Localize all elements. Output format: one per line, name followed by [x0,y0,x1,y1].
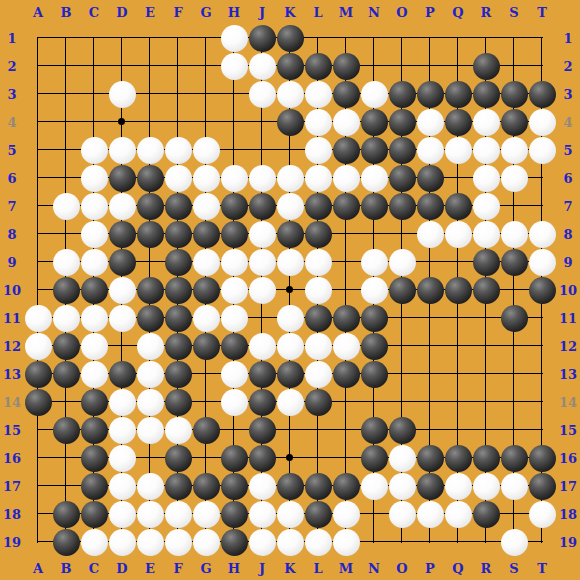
white-stone-R7[interactable] [473,193,500,220]
intersection-N19[interactable] [360,528,388,556]
white-stone-K18[interactable] [277,501,304,528]
intersection-F8[interactable] [164,220,192,248]
intersection-T12[interactable] [528,332,556,360]
intersection-E18[interactable] [136,500,164,528]
intersection-C12[interactable] [80,332,108,360]
intersection-C7[interactable] [80,192,108,220]
intersection-D14[interactable] [108,388,136,416]
intersection-T17[interactable] [528,472,556,500]
intersection-L9[interactable] [304,248,332,276]
intersection-F11[interactable] [164,304,192,332]
black-stone-N12[interactable] [361,333,388,360]
white-stone-D10[interactable] [109,277,136,304]
intersection-T15[interactable] [528,416,556,444]
intersection-G10[interactable] [192,276,220,304]
intersection-Q16[interactable] [444,444,472,472]
intersection-A18[interactable] [24,500,52,528]
black-stone-H17[interactable] [221,473,248,500]
intersection-N8[interactable] [360,220,388,248]
black-stone-S9[interactable] [501,249,528,276]
intersection-G4[interactable] [192,108,220,136]
white-stone-M12[interactable] [333,333,360,360]
intersection-A3[interactable] [24,80,52,108]
intersection-D15[interactable] [108,416,136,444]
white-stone-H9[interactable] [221,249,248,276]
intersection-G12[interactable] [192,332,220,360]
intersection-L19[interactable] [304,528,332,556]
white-stone-F19[interactable] [165,529,192,556]
intersection-L12[interactable] [304,332,332,360]
intersection-O6[interactable] [388,164,416,192]
white-stone-G7[interactable] [193,193,220,220]
black-stone-R3[interactable] [473,81,500,108]
intersection-M3[interactable] [332,80,360,108]
intersection-H1[interactable] [220,24,248,52]
intersection-Q10[interactable] [444,276,472,304]
white-stone-L12[interactable] [305,333,332,360]
intersection-H17[interactable] [220,472,248,500]
intersection-L13[interactable] [304,360,332,388]
white-stone-E17[interactable] [137,473,164,500]
white-stone-E15[interactable] [137,417,164,444]
black-stone-M3[interactable] [333,81,360,108]
intersection-R12[interactable] [472,332,500,360]
white-stone-T8[interactable] [529,221,556,248]
intersection-R14[interactable] [472,388,500,416]
intersection-K14[interactable] [276,388,304,416]
white-stone-R5[interactable] [473,137,500,164]
black-stone-S3[interactable] [501,81,528,108]
intersection-C16[interactable] [80,444,108,472]
intersection-A2[interactable] [24,52,52,80]
intersection-N11[interactable] [360,304,388,332]
white-stone-D3[interactable] [109,81,136,108]
intersection-G19[interactable] [192,528,220,556]
intersection-E3[interactable] [136,80,164,108]
black-stone-B13[interactable] [53,361,80,388]
black-stone-T16[interactable] [529,445,556,472]
white-stone-T5[interactable] [529,137,556,164]
intersection-R15[interactable] [472,416,500,444]
intersection-H5[interactable] [220,136,248,164]
black-stone-K1[interactable] [277,25,304,52]
intersection-Q2[interactable] [444,52,472,80]
intersection-F10[interactable] [164,276,192,304]
white-stone-N9[interactable] [361,249,388,276]
intersection-K5[interactable] [276,136,304,164]
intersection-J7[interactable] [248,192,276,220]
intersection-T14[interactable] [528,388,556,416]
intersection-A1[interactable] [24,24,52,52]
white-stone-C9[interactable] [81,249,108,276]
black-stone-H8[interactable] [221,221,248,248]
intersection-R11[interactable] [472,304,500,332]
black-stone-D8[interactable] [109,221,136,248]
intersection-K3[interactable] [276,80,304,108]
intersection-L3[interactable] [304,80,332,108]
black-stone-O6[interactable] [389,165,416,192]
white-stone-J12[interactable] [249,333,276,360]
intersection-S1[interactable] [500,24,528,52]
intersection-K8[interactable] [276,220,304,248]
intersection-D7[interactable] [108,192,136,220]
white-stone-Q5[interactable] [445,137,472,164]
white-stone-T18[interactable] [529,501,556,528]
black-stone-R18[interactable] [473,501,500,528]
black-stone-F8[interactable] [165,221,192,248]
black-stone-R10[interactable] [473,277,500,304]
intersection-J2[interactable] [248,52,276,80]
intersection-F7[interactable] [164,192,192,220]
intersection-L7[interactable] [304,192,332,220]
white-stone-E5[interactable] [137,137,164,164]
intersection-C4[interactable] [80,108,108,136]
intersection-R3[interactable] [472,80,500,108]
intersection-M11[interactable] [332,304,360,332]
intersection-L14[interactable] [304,388,332,416]
black-stone-Q3[interactable] [445,81,472,108]
intersection-P17[interactable] [416,472,444,500]
white-stone-G18[interactable] [193,501,220,528]
intersection-P13[interactable] [416,360,444,388]
intersection-K9[interactable] [276,248,304,276]
intersection-O7[interactable] [388,192,416,220]
intersection-B18[interactable] [52,500,80,528]
intersection-D9[interactable] [108,248,136,276]
intersection-D19[interactable] [108,528,136,556]
intersection-S9[interactable] [500,248,528,276]
intersection-B13[interactable] [52,360,80,388]
black-stone-T3[interactable] [529,81,556,108]
intersection-F18[interactable] [164,500,192,528]
black-stone-K8[interactable] [277,221,304,248]
intersection-C14[interactable] [80,388,108,416]
intersection-T1[interactable] [528,24,556,52]
white-stone-Q8[interactable] [445,221,472,248]
intersection-B2[interactable] [52,52,80,80]
intersection-N12[interactable] [360,332,388,360]
intersection-B15[interactable] [52,416,80,444]
white-stone-F5[interactable] [165,137,192,164]
intersection-E5[interactable] [136,136,164,164]
white-stone-E13[interactable] [137,361,164,388]
intersection-D4[interactable] [108,108,136,136]
intersection-N1[interactable] [360,24,388,52]
intersection-B19[interactable] [52,528,80,556]
intersection-M5[interactable] [332,136,360,164]
black-stone-L18[interactable] [305,501,332,528]
black-stone-P10[interactable] [417,277,444,304]
intersection-B9[interactable] [52,248,80,276]
white-stone-C12[interactable] [81,333,108,360]
intersection-E8[interactable] [136,220,164,248]
intersection-Q7[interactable] [444,192,472,220]
black-stone-E10[interactable] [137,277,164,304]
intersection-F9[interactable] [164,248,192,276]
intersection-L11[interactable] [304,304,332,332]
white-stone-N3[interactable] [361,81,388,108]
white-stone-O17[interactable] [389,473,416,500]
intersection-H6[interactable] [220,164,248,192]
intersection-D10[interactable] [108,276,136,304]
black-stone-N7[interactable] [361,193,388,220]
black-stone-M13[interactable] [333,361,360,388]
white-stone-D11[interactable] [109,305,136,332]
black-stone-F9[interactable] [165,249,192,276]
intersection-H7[interactable] [220,192,248,220]
intersection-D6[interactable] [108,164,136,192]
white-stone-K11[interactable] [277,305,304,332]
intersection-K12[interactable] [276,332,304,360]
intersection-N16[interactable] [360,444,388,472]
black-stone-F10[interactable] [165,277,192,304]
intersection-E10[interactable] [136,276,164,304]
white-stone-P5[interactable] [417,137,444,164]
intersection-L4[interactable] [304,108,332,136]
intersection-E6[interactable] [136,164,164,192]
intersection-K1[interactable] [276,24,304,52]
intersection-A10[interactable] [24,276,52,304]
black-stone-S4[interactable] [501,109,528,136]
intersection-P11[interactable] [416,304,444,332]
black-stone-R2[interactable] [473,53,500,80]
intersection-C18[interactable] [80,500,108,528]
intersection-C3[interactable] [80,80,108,108]
intersection-L1[interactable] [304,24,332,52]
black-stone-M11[interactable] [333,305,360,332]
intersection-B8[interactable] [52,220,80,248]
intersection-B12[interactable] [52,332,80,360]
intersection-E11[interactable] [136,304,164,332]
black-stone-K2[interactable] [277,53,304,80]
intersection-A19[interactable] [24,528,52,556]
black-stone-G15[interactable] [193,417,220,444]
white-stone-R6[interactable] [473,165,500,192]
white-stone-J9[interactable] [249,249,276,276]
intersection-P19[interactable] [416,528,444,556]
black-stone-D13[interactable] [109,361,136,388]
black-stone-L7[interactable] [305,193,332,220]
intersection-F1[interactable] [164,24,192,52]
intersection-L10[interactable] [304,276,332,304]
white-stone-N10[interactable] [361,277,388,304]
black-stone-F12[interactable] [165,333,192,360]
intersection-N3[interactable] [360,80,388,108]
intersection-O10[interactable] [388,276,416,304]
intersection-J6[interactable] [248,164,276,192]
white-stone-T4[interactable] [529,109,556,136]
intersection-J3[interactable] [248,80,276,108]
intersection-K19[interactable] [276,528,304,556]
intersection-S11[interactable] [500,304,528,332]
intersection-G14[interactable] [192,388,220,416]
intersection-K16[interactable] [276,444,304,472]
intersection-B7[interactable] [52,192,80,220]
intersection-C10[interactable] [80,276,108,304]
intersection-B10[interactable] [52,276,80,304]
black-stone-K17[interactable] [277,473,304,500]
black-stone-H19[interactable] [221,529,248,556]
black-stone-C17[interactable] [81,473,108,500]
intersection-G2[interactable] [192,52,220,80]
white-stone-P4[interactable] [417,109,444,136]
intersection-J17[interactable] [248,472,276,500]
intersection-M1[interactable] [332,24,360,52]
white-stone-N6[interactable] [361,165,388,192]
intersection-H18[interactable] [220,500,248,528]
white-stone-S17[interactable] [501,473,528,500]
intersection-E13[interactable] [136,360,164,388]
intersection-R18[interactable] [472,500,500,528]
intersection-E17[interactable] [136,472,164,500]
intersection-R5[interactable] [472,136,500,164]
intersection-G13[interactable] [192,360,220,388]
intersection-L8[interactable] [304,220,332,248]
intersection-Q19[interactable] [444,528,472,556]
intersection-G16[interactable] [192,444,220,472]
white-stone-J19[interactable] [249,529,276,556]
intersection-K11[interactable] [276,304,304,332]
white-stone-R8[interactable] [473,221,500,248]
white-stone-B9[interactable] [53,249,80,276]
intersection-S2[interactable] [500,52,528,80]
intersection-R4[interactable] [472,108,500,136]
intersection-K15[interactable] [276,416,304,444]
black-stone-P16[interactable] [417,445,444,472]
black-stone-O3[interactable] [389,81,416,108]
black-stone-R9[interactable] [473,249,500,276]
intersection-P18[interactable] [416,500,444,528]
white-stone-C19[interactable] [81,529,108,556]
white-stone-P18[interactable] [417,501,444,528]
white-stone-J6[interactable] [249,165,276,192]
intersection-E7[interactable] [136,192,164,220]
intersection-D18[interactable] [108,500,136,528]
black-stone-K4[interactable] [277,109,304,136]
intersection-T13[interactable] [528,360,556,388]
intersection-Q8[interactable] [444,220,472,248]
intersection-K6[interactable] [276,164,304,192]
intersection-O1[interactable] [388,24,416,52]
white-stone-H11[interactable] [221,305,248,332]
intersection-O8[interactable] [388,220,416,248]
intersection-G1[interactable] [192,24,220,52]
black-stone-F17[interactable] [165,473,192,500]
black-stone-H7[interactable] [221,193,248,220]
intersection-H12[interactable] [220,332,248,360]
intersection-K17[interactable] [276,472,304,500]
intersection-S14[interactable] [500,388,528,416]
intersection-D16[interactable] [108,444,136,472]
white-stone-J3[interactable] [249,81,276,108]
white-stone-C13[interactable] [81,361,108,388]
intersection-N2[interactable] [360,52,388,80]
intersection-B5[interactable] [52,136,80,164]
intersection-G8[interactable] [192,220,220,248]
intersection-H8[interactable] [220,220,248,248]
intersection-Q17[interactable] [444,472,472,500]
intersection-N9[interactable] [360,248,388,276]
intersection-A12[interactable] [24,332,52,360]
intersection-K4[interactable] [276,108,304,136]
white-stone-S5[interactable] [501,137,528,164]
intersection-L18[interactable] [304,500,332,528]
black-stone-B15[interactable] [53,417,80,444]
intersection-A14[interactable] [24,388,52,416]
white-stone-O16[interactable] [389,445,416,472]
intersection-F5[interactable] [164,136,192,164]
black-stone-O4[interactable] [389,109,416,136]
black-stone-T10[interactable] [529,277,556,304]
intersection-T3[interactable] [528,80,556,108]
intersection-T4[interactable] [528,108,556,136]
intersection-M15[interactable] [332,416,360,444]
white-stone-F6[interactable] [165,165,192,192]
intersection-B11[interactable] [52,304,80,332]
intersection-M16[interactable] [332,444,360,472]
intersection-K10[interactable] [276,276,304,304]
black-stone-O15[interactable] [389,417,416,444]
white-stone-K14[interactable] [277,389,304,416]
intersection-H3[interactable] [220,80,248,108]
intersection-F16[interactable] [164,444,192,472]
intersection-O11[interactable] [388,304,416,332]
intersection-S4[interactable] [500,108,528,136]
intersection-J5[interactable] [248,136,276,164]
black-stone-F13[interactable] [165,361,192,388]
intersection-H11[interactable] [220,304,248,332]
intersection-P14[interactable] [416,388,444,416]
black-stone-F16[interactable] [165,445,192,472]
intersection-O14[interactable] [388,388,416,416]
intersection-S8[interactable] [500,220,528,248]
intersection-Q15[interactable] [444,416,472,444]
intersection-M12[interactable] [332,332,360,360]
intersection-L17[interactable] [304,472,332,500]
intersection-A8[interactable] [24,220,52,248]
black-stone-F7[interactable] [165,193,192,220]
intersection-M2[interactable] [332,52,360,80]
intersection-B3[interactable] [52,80,80,108]
intersection-E9[interactable] [136,248,164,276]
intersection-P16[interactable] [416,444,444,472]
intersection-A15[interactable] [24,416,52,444]
intersection-N14[interactable] [360,388,388,416]
intersection-P4[interactable] [416,108,444,136]
intersection-O13[interactable] [388,360,416,388]
black-stone-S11[interactable] [501,305,528,332]
white-stone-E14[interactable] [137,389,164,416]
intersection-T6[interactable] [528,164,556,192]
black-stone-N11[interactable] [361,305,388,332]
black-stone-G17[interactable] [193,473,220,500]
intersection-J1[interactable] [248,24,276,52]
black-stone-M2[interactable] [333,53,360,80]
intersection-O12[interactable] [388,332,416,360]
intersection-L16[interactable] [304,444,332,472]
white-stone-A11[interactable] [25,305,52,332]
intersection-R6[interactable] [472,164,500,192]
black-stone-L2[interactable] [305,53,332,80]
intersection-F12[interactable] [164,332,192,360]
intersection-B16[interactable] [52,444,80,472]
intersection-N13[interactable] [360,360,388,388]
black-stone-B12[interactable] [53,333,80,360]
intersection-O17[interactable] [388,472,416,500]
intersection-D1[interactable] [108,24,136,52]
intersection-Q3[interactable] [444,80,472,108]
intersection-S3[interactable] [500,80,528,108]
